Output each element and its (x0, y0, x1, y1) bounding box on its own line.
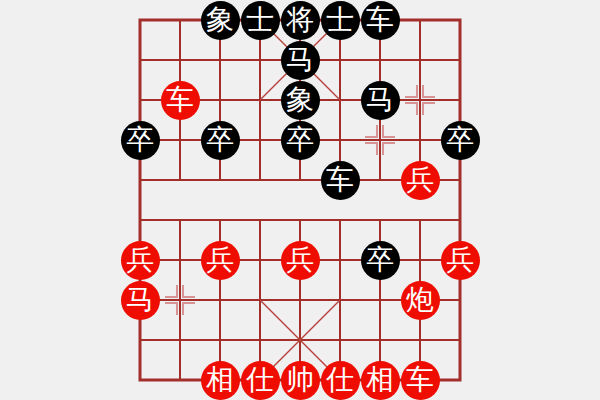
piece-black-chariot[interactable]: 车 (361, 1, 400, 40)
piece-black-horse[interactable]: 马 (281, 41, 320, 80)
piece-black-soldier[interactable]: 卒 (441, 121, 480, 160)
point-marker (365, 125, 395, 155)
piece-red-elephant[interactable]: 相 (361, 361, 400, 400)
xiangqi-board[interactable]: 象士将士车马车象马卒卒卒卒车兵兵兵兵卒兵马炮相仕帅仕相车 (0, 0, 600, 400)
piece-red-general[interactable]: 帅 (281, 361, 320, 400)
piece-red-cannon[interactable]: 炮 (401, 281, 440, 320)
piece-black-elephant[interactable]: 象 (281, 81, 320, 120)
piece-black-horse[interactable]: 马 (361, 81, 400, 120)
piece-red-soldier[interactable]: 兵 (121, 241, 160, 280)
piece-red-soldier[interactable]: 兵 (441, 241, 480, 280)
point-marker (165, 285, 195, 315)
piece-red-advisor[interactable]: 仕 (321, 361, 360, 400)
piece-red-soldier[interactable]: 兵 (201, 241, 240, 280)
piece-black-chariot[interactable]: 车 (321, 161, 360, 200)
piece-black-advisor[interactable]: 士 (241, 1, 280, 40)
piece-black-soldier[interactable]: 卒 (201, 121, 240, 160)
point-marker (405, 85, 435, 115)
piece-red-chariot[interactable]: 车 (401, 361, 440, 400)
piece-black-general[interactable]: 将 (281, 1, 320, 40)
piece-black-elephant[interactable]: 象 (201, 1, 240, 40)
piece-black-soldier[interactable]: 卒 (121, 121, 160, 160)
piece-black-advisor[interactable]: 士 (321, 1, 360, 40)
piece-red-horse[interactable]: 马 (121, 281, 160, 320)
piece-red-soldier[interactable]: 兵 (281, 241, 320, 280)
piece-red-advisor[interactable]: 仕 (241, 361, 280, 400)
piece-red-chariot[interactable]: 车 (161, 81, 200, 120)
piece-red-soldier[interactable]: 兵 (401, 161, 440, 200)
piece-black-soldier[interactable]: 卒 (281, 121, 320, 160)
piece-red-elephant[interactable]: 相 (201, 361, 240, 400)
piece-black-soldier[interactable]: 卒 (361, 241, 400, 280)
